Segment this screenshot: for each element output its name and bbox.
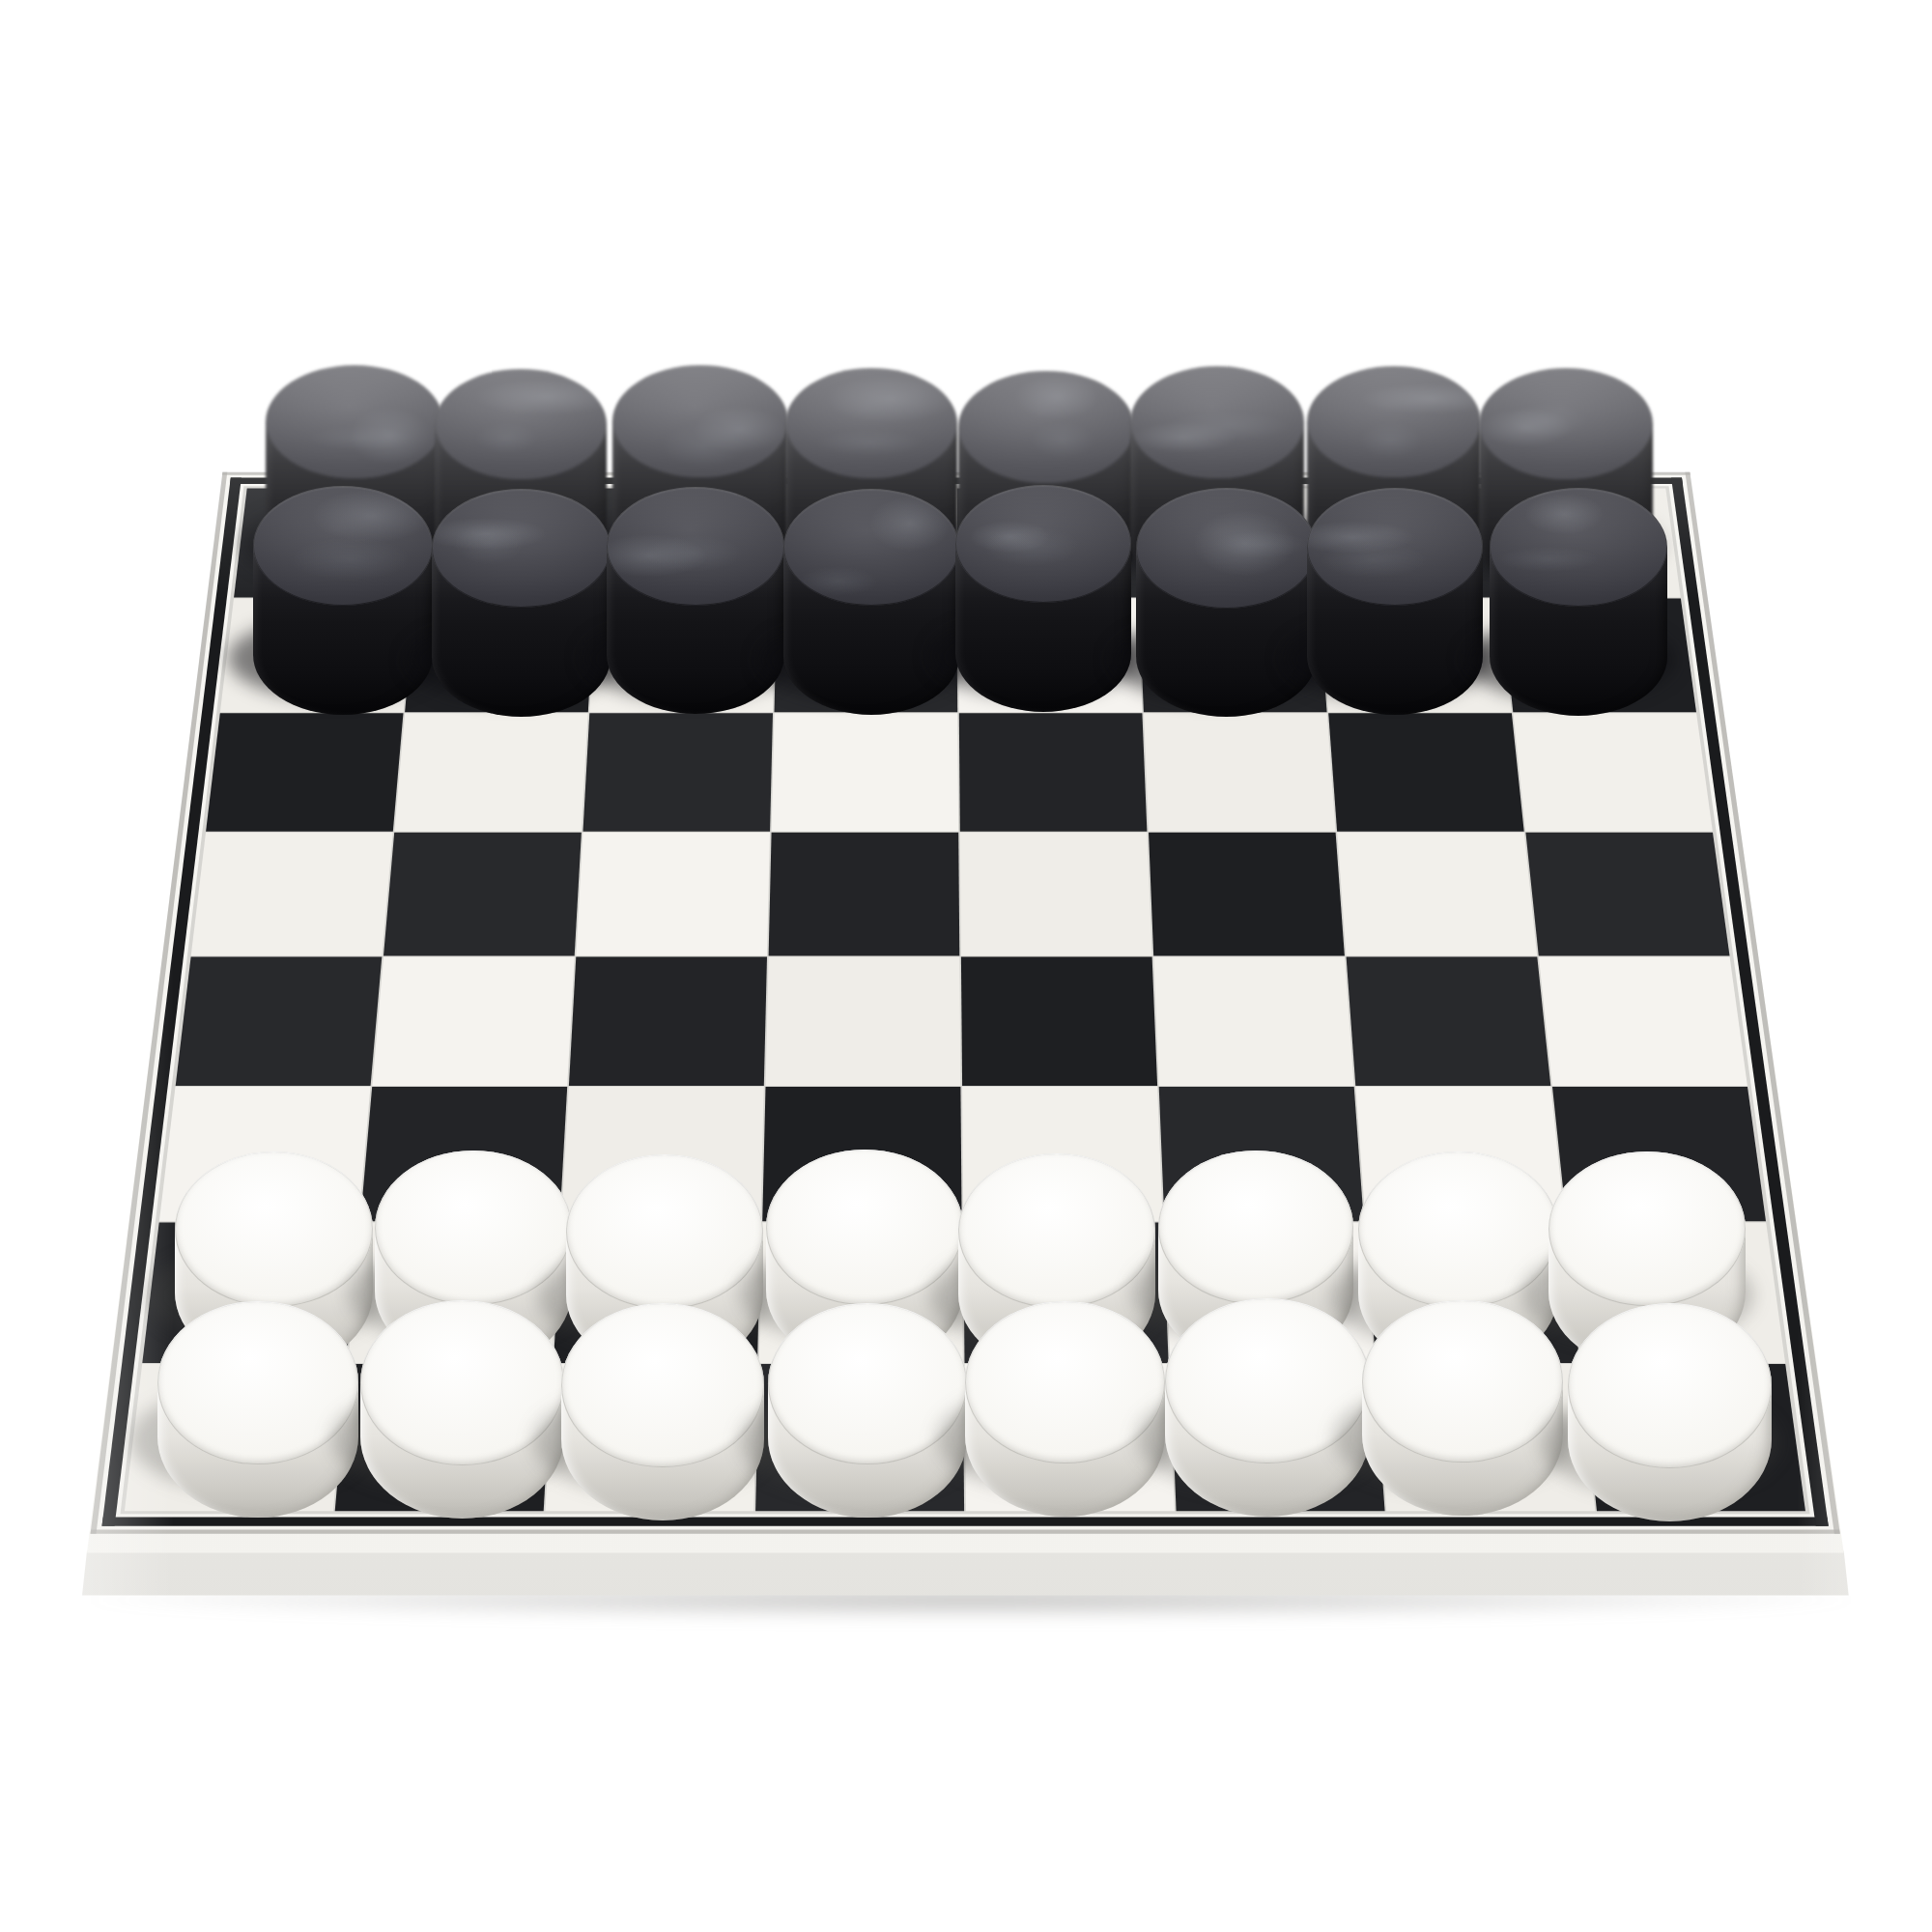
checker-side [253,546,433,715]
checker-top-face [1479,368,1653,480]
checker-side [783,548,959,715]
checker-top-face [1490,488,1668,608]
checker-black-d7[interactable] [783,489,959,715]
checker-top-face [1165,1298,1370,1463]
checker-side [360,1382,564,1519]
checker-side [607,546,783,714]
checker-white-h1[interactable] [1568,1303,1772,1521]
checker-top-face [435,369,608,480]
checker-top-face [612,365,788,479]
checker-black-e7[interactable] [955,485,1131,711]
product-photo-stage [0,0,1932,1932]
checker-side [1165,1381,1370,1518]
checker-top-face [1307,488,1483,606]
checker-top-face [566,1154,763,1309]
checker-top-face [1136,488,1317,609]
checker-top-face [766,1150,963,1304]
checker-side [1307,547,1483,714]
checker-side [157,1382,359,1517]
checker-top-face [561,1303,763,1466]
checker-top-face [375,1151,572,1305]
checker-top-face [1362,1300,1563,1463]
checker-top-face [253,486,433,606]
checker-white-e1[interactable] [965,1301,1165,1517]
checker-side [1568,1386,1772,1521]
checker-top-face [1130,366,1304,478]
checker-side [561,1385,763,1520]
checker-top-face [1158,1151,1353,1304]
checker-top-face [965,1301,1165,1463]
checker-black-h7[interactable] [1490,488,1668,716]
checker-top-face [783,489,959,607]
checker-white-c1[interactable] [561,1303,763,1520]
checker-side [1362,1381,1563,1516]
checker-black-g7[interactable] [1307,488,1483,714]
checker-top-face [958,1153,1155,1308]
checker-white-f1[interactable] [1165,1298,1370,1517]
checker-top-face [958,371,1134,484]
checker-top-face [955,485,1131,603]
checker-side [955,544,1131,711]
checker-side [1490,548,1668,716]
checker-top-face [1548,1151,1746,1306]
checker-top-face [1568,1303,1772,1468]
checker-black-b7[interactable] [432,489,611,717]
checker-top-face [175,1151,373,1307]
checker-top-face [1307,366,1481,478]
checker-top-face [157,1301,359,1464]
checker-side [768,1384,967,1519]
checker-top-face [768,1303,967,1464]
checker-side [965,1382,1165,1517]
checker-top-face [266,365,442,479]
checker-side [432,549,611,717]
checker-white-a1[interactable] [157,1301,359,1518]
checker-top-face [1358,1151,1557,1308]
checker-black-c7[interactable] [607,487,783,714]
checker-top-face [360,1300,564,1465]
checker-side [1136,548,1317,717]
checker-black-a7[interactable] [253,486,433,715]
board-cast-shadow [87,1578,1855,1621]
checker-top-face [785,368,957,479]
checker-black-f7[interactable] [1136,488,1317,717]
checker-top-face [432,489,611,609]
checker-top-face [607,487,783,605]
checker-white-g1[interactable] [1362,1300,1563,1516]
checker-white-b1[interactable] [360,1300,564,1519]
checker-white-d1[interactable] [768,1303,967,1518]
